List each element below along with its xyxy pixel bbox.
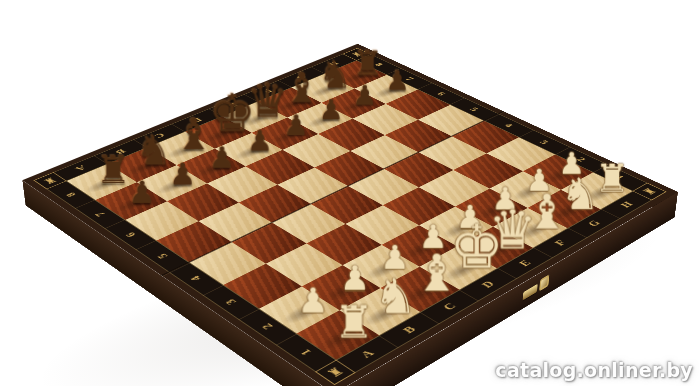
- watermark: catalog.onliner.by: [495, 359, 693, 381]
- piece-wR-a1[interactable]: ♜: [324, 300, 383, 345]
- clasp-plate: [522, 284, 537, 301]
- chess-set-photo: ABCDEFGH ABCDEFGH 87654321 87654321 ♜ ♜ …: [0, 0, 700, 386]
- piece-bP-a7[interactable]: ♟: [117, 177, 168, 208]
- clasp-hook: [539, 274, 549, 291]
